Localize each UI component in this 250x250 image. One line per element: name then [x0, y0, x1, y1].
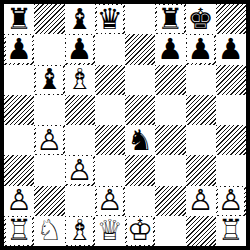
square-h3[interactable]: [216, 155, 246, 185]
square-f4[interactable]: [155, 125, 185, 155]
piece-white-pawn-a2: ♙: [6, 187, 33, 215]
square-c7[interactable]: ♟: [65, 34, 95, 64]
square-c6[interactable]: ♗: [65, 65, 95, 95]
square-e2[interactable]: [125, 186, 155, 216]
square-b2[interactable]: [34, 186, 64, 216]
piece-white-pawn-b4: ♙: [36, 126, 63, 154]
piece-white-queen-d1: ♕: [97, 217, 124, 245]
square-d4[interactable]: [95, 125, 125, 155]
square-d8[interactable]: ♛: [95, 4, 125, 34]
square-b3[interactable]: [34, 155, 64, 185]
piece-black-pawn-g7: ♟: [187, 35, 214, 63]
square-d6[interactable]: [95, 65, 125, 95]
piece-white-pawn-h2: ♙: [218, 187, 245, 215]
square-a7[interactable]: ♟: [4, 34, 34, 64]
square-c5[interactable]: [65, 95, 95, 125]
piece-black-bishop-c8: ♝: [66, 5, 93, 33]
piece-white-rook-h1: ♖: [218, 217, 245, 245]
square-f8[interactable]: ♜: [155, 4, 185, 34]
square-a6[interactable]: [4, 65, 34, 95]
square-b7[interactable]: [34, 34, 64, 64]
square-d5[interactable]: [95, 95, 125, 125]
piece-black-pawn-h7: ♟: [218, 35, 245, 63]
square-h4[interactable]: [216, 125, 246, 155]
square-d7[interactable]: [95, 34, 125, 64]
piece-white-pawn-d2: ♙: [97, 187, 124, 215]
piece-black-bishop-b6: ♝: [36, 66, 63, 94]
square-a1[interactable]: ♖: [4, 216, 34, 246]
piece-black-pawn-a7: ♟: [6, 35, 33, 63]
square-d1[interactable]: ♕: [95, 216, 125, 246]
square-a3[interactable]: [4, 155, 34, 185]
square-g3[interactable]: [186, 155, 216, 185]
square-g6[interactable]: [186, 65, 216, 95]
square-f2[interactable]: [155, 186, 185, 216]
square-a2[interactable]: ♙: [4, 186, 34, 216]
square-d3[interactable]: [95, 155, 125, 185]
piece-black-rook-a8: ♜: [6, 5, 33, 33]
square-b1[interactable]: ♘: [34, 216, 64, 246]
square-c8[interactable]: ♝: [65, 4, 95, 34]
square-g4[interactable]: [186, 125, 216, 155]
piece-black-rook-f8: ♜: [157, 5, 184, 33]
chess-diagram: ♜♝♛♜♚♟♟♟♟♟♝♗♙♞♙♙♙♙♙♖♘♗♕♔♖: [0, 0, 250, 250]
piece-white-knight-b1: ♘: [36, 217, 63, 245]
square-f6[interactable]: [155, 65, 185, 95]
square-c2[interactable]: [65, 186, 95, 216]
square-e3[interactable]: [125, 155, 155, 185]
piece-black-king-g8: ♚: [187, 5, 214, 33]
square-h1[interactable]: ♖: [216, 216, 246, 246]
square-b5[interactable]: [34, 95, 64, 125]
square-f3[interactable]: [155, 155, 185, 185]
square-a5[interactable]: [4, 95, 34, 125]
square-h8[interactable]: [216, 4, 246, 34]
piece-white-pawn-g2: ♙: [187, 187, 214, 215]
square-b6[interactable]: ♝: [34, 65, 64, 95]
square-g2[interactable]: ♙: [186, 186, 216, 216]
square-e6[interactable]: [125, 65, 155, 95]
piece-white-bishop-c6: ♗: [66, 66, 93, 94]
chess-board: ♜♝♛♜♚♟♟♟♟♟♝♗♙♞♙♙♙♙♙♖♘♗♕♔♖: [0, 0, 250, 250]
square-g8[interactable]: ♚: [186, 4, 216, 34]
square-g7[interactable]: ♟: [186, 34, 216, 64]
piece-black-knight-e4: ♞: [127, 126, 154, 154]
square-f7[interactable]: ♟: [155, 34, 185, 64]
square-c1[interactable]: ♗: [65, 216, 95, 246]
square-g1[interactable]: [186, 216, 216, 246]
piece-white-king-e1: ♔: [127, 217, 154, 245]
square-f1[interactable]: [155, 216, 185, 246]
piece-black-pawn-c7: ♟: [66, 35, 93, 63]
piece-black-queen-d8: ♛: [97, 5, 124, 33]
square-h5[interactable]: [216, 95, 246, 125]
square-d2[interactable]: ♙: [95, 186, 125, 216]
square-a4[interactable]: [4, 125, 34, 155]
square-h2[interactable]: ♙: [216, 186, 246, 216]
square-b4[interactable]: ♙: [34, 125, 64, 155]
square-e1[interactable]: ♔: [125, 216, 155, 246]
square-c3[interactable]: ♙: [65, 155, 95, 185]
square-c4[interactable]: [65, 125, 95, 155]
square-h6[interactable]: [216, 65, 246, 95]
piece-black-pawn-f7: ♟: [157, 35, 184, 63]
piece-white-pawn-c3: ♙: [66, 156, 93, 184]
square-e5[interactable]: [125, 95, 155, 125]
square-e4[interactable]: ♞: [125, 125, 155, 155]
square-a8[interactable]: ♜: [4, 4, 34, 34]
square-h7[interactable]: ♟: [216, 34, 246, 64]
square-g5[interactable]: [186, 95, 216, 125]
square-e8[interactable]: [125, 4, 155, 34]
square-b8[interactable]: [34, 4, 64, 34]
square-f5[interactable]: [155, 95, 185, 125]
piece-white-rook-a1: ♖: [6, 217, 33, 245]
piece-white-bishop-c1: ♗: [66, 217, 93, 245]
square-e7[interactable]: [125, 34, 155, 64]
